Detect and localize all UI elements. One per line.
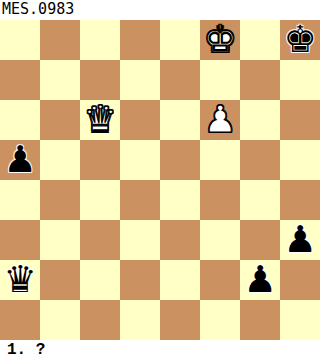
square-g5[interactable]	[240, 140, 280, 180]
black-pawn[interactable]: ♟	[3, 140, 36, 180]
square-b2[interactable]	[40, 260, 80, 300]
square-h8[interactable]: ♚	[280, 20, 320, 60]
square-h1[interactable]	[280, 300, 320, 340]
square-a3[interactable]	[0, 220, 40, 260]
square-e1[interactable]	[160, 300, 200, 340]
square-h2[interactable]	[280, 260, 320, 300]
move-prompt: 1. ?	[0, 340, 320, 360]
square-h5[interactable]	[280, 140, 320, 180]
square-h3[interactable]: ♟	[280, 220, 320, 260]
square-g4[interactable]	[240, 180, 280, 220]
square-b5[interactable]	[40, 140, 80, 180]
square-f4[interactable]	[200, 180, 240, 220]
square-e6[interactable]	[160, 100, 200, 140]
white-queen[interactable]: ♛	[83, 100, 116, 140]
square-d2[interactable]	[120, 260, 160, 300]
square-f3[interactable]	[200, 220, 240, 260]
black-pawn[interactable]: ♟	[283, 220, 316, 260]
square-b4[interactable]	[40, 180, 80, 220]
square-a5[interactable]: ♟	[0, 140, 40, 180]
square-f5[interactable]	[200, 140, 240, 180]
square-h4[interactable]	[280, 180, 320, 220]
square-c7[interactable]	[80, 60, 120, 100]
square-e4[interactable]	[160, 180, 200, 220]
square-e2[interactable]	[160, 260, 200, 300]
square-g2[interactable]: ♟	[240, 260, 280, 300]
square-d7[interactable]	[120, 60, 160, 100]
square-g6[interactable]	[240, 100, 280, 140]
square-g3[interactable]	[240, 220, 280, 260]
square-d8[interactable]	[120, 20, 160, 60]
square-d3[interactable]	[120, 220, 160, 260]
square-f1[interactable]	[200, 300, 240, 340]
square-e7[interactable]	[160, 60, 200, 100]
square-a2[interactable]: ♛	[0, 260, 40, 300]
square-a7[interactable]	[0, 60, 40, 100]
square-a4[interactable]	[0, 180, 40, 220]
square-c4[interactable]	[80, 180, 120, 220]
square-g8[interactable]	[240, 20, 280, 60]
square-g1[interactable]	[240, 300, 280, 340]
black-queen[interactable]: ♛	[3, 260, 36, 300]
square-b8[interactable]	[40, 20, 80, 60]
square-f6[interactable]: ♟	[200, 100, 240, 140]
white-pawn[interactable]: ♟	[203, 100, 236, 140]
square-e5[interactable]	[160, 140, 200, 180]
square-g7[interactable]	[240, 60, 280, 100]
square-a6[interactable]	[0, 100, 40, 140]
chess-board: ♚♚♛♟♟♟♛♟	[0, 20, 320, 340]
square-c3[interactable]	[80, 220, 120, 260]
black-king[interactable]: ♚	[283, 20, 316, 60]
square-f8[interactable]: ♚	[200, 20, 240, 60]
square-e8[interactable]	[160, 20, 200, 60]
square-d6[interactable]	[120, 100, 160, 140]
square-f7[interactable]	[200, 60, 240, 100]
square-c1[interactable]	[80, 300, 120, 340]
square-c8[interactable]	[80, 20, 120, 60]
square-h6[interactable]	[280, 100, 320, 140]
black-pawn[interactable]: ♟	[243, 260, 276, 300]
square-a1[interactable]	[0, 300, 40, 340]
square-h7[interactable]	[280, 60, 320, 100]
square-c2[interactable]	[80, 260, 120, 300]
white-king[interactable]: ♚	[203, 20, 236, 60]
square-d1[interactable]	[120, 300, 160, 340]
square-b6[interactable]	[40, 100, 80, 140]
square-b7[interactable]	[40, 60, 80, 100]
square-d4[interactable]	[120, 180, 160, 220]
square-b3[interactable]	[40, 220, 80, 260]
square-a8[interactable]	[0, 20, 40, 60]
square-c6[interactable]: ♛	[80, 100, 120, 140]
square-b1[interactable]	[40, 300, 80, 340]
square-d5[interactable]	[120, 140, 160, 180]
square-f2[interactable]	[200, 260, 240, 300]
square-e3[interactable]	[160, 220, 200, 260]
puzzle-title: MES.0983	[0, 0, 320, 20]
square-c5[interactable]	[80, 140, 120, 180]
